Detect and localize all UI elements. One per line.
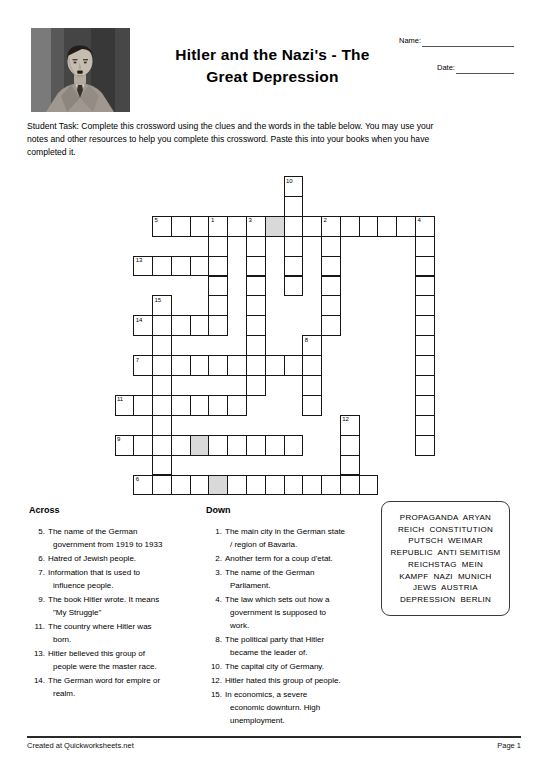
grid-cell[interactable]	[340, 435, 360, 456]
grid-cell[interactable]	[227, 216, 247, 237]
grid-cell[interactable]	[302, 375, 322, 396]
grid-cell[interactable]	[227, 355, 247, 376]
grid-cell[interactable]	[415, 355, 435, 376]
clue-text: The book Hitler wrote. It means "My Stru…	[48, 593, 159, 619]
clue-text: Hitler hated this group of people.	[225, 674, 341, 687]
grid-cell[interactable]	[171, 475, 191, 496]
grid-cell[interactable]	[208, 435, 228, 456]
clue-text: The German word for empire or realm.	[48, 674, 160, 700]
grid-cell[interactable]	[190, 216, 210, 237]
date-label: Date:	[437, 63, 455, 72]
clue-text: The law which sets out how a government …	[225, 593, 330, 632]
grid-cell[interactable]	[152, 375, 172, 396]
grid-cell[interactable]	[190, 315, 210, 336]
grid-separator-cell	[265, 216, 285, 237]
grid-cell[interactable]	[284, 236, 304, 257]
grid-cell[interactable]: 11	[115, 395, 135, 416]
footer-divider	[27, 736, 521, 738]
grid-cell[interactable]	[321, 236, 341, 257]
down-clue: 10.The capital city of Germany.	[206, 660, 378, 673]
word-bank-line: REPUBLIC ANTI SEMITISM	[382, 547, 509, 559]
word-bank: PROPAGANDA ARYANREICH CONSTITUTIONPUTSCH…	[381, 501, 510, 616]
grid-cell[interactable]	[208, 315, 228, 336]
clue-number-label: 4	[417, 217, 420, 224]
clue-number: 4.	[206, 593, 222, 632]
name-input-line[interactable]	[422, 38, 514, 47]
grid-cell[interactable]	[302, 355, 322, 376]
clue-text: The name of the German government from 1…	[48, 525, 162, 551]
grid-cell[interactable]	[415, 315, 435, 336]
down-clue: 3.The name of the German Parliament.	[206, 566, 378, 592]
word-bank-line: REICHSTAG MEIN	[382, 559, 509, 571]
grid-cell[interactable]	[396, 216, 416, 237]
grid-cell[interactable]	[284, 475, 304, 496]
grid-cell[interactable]: 10	[284, 176, 304, 197]
grid-cell[interactable]	[284, 276, 304, 297]
grid-cell[interactable]	[321, 256, 341, 277]
grid-cell[interactable]	[208, 236, 228, 257]
grid-cell[interactable]	[415, 375, 435, 396]
clue-number-label: 13	[136, 257, 142, 264]
clue-number-label: 2	[324, 217, 327, 224]
grid-cell[interactable]	[359, 216, 379, 237]
clue-number-label: 12	[342, 416, 348, 423]
grid-cell[interactable]	[208, 276, 228, 297]
grid-cell[interactable]	[246, 276, 266, 297]
clue-number: 2.	[206, 552, 222, 565]
grid-cell[interactable]	[171, 216, 191, 237]
clue-number: 8.	[206, 633, 222, 659]
grid-cell[interactable]	[302, 216, 322, 237]
grid-cell[interactable]	[415, 435, 435, 456]
grid-cell[interactable]	[208, 256, 228, 277]
grid-cell[interactable]	[190, 355, 210, 376]
down-clue: 2.Another term for a coup d'etat.	[206, 552, 378, 565]
grid-cell[interactable]	[415, 256, 435, 277]
grid-cell[interactable]	[152, 315, 172, 336]
grid-cell[interactable]	[190, 475, 210, 496]
grid-cell[interactable]: 1	[208, 216, 228, 237]
grid-cell[interactable]	[227, 475, 247, 496]
grid-cell[interactable]	[321, 276, 341, 297]
grid-cell[interactable]	[171, 435, 191, 456]
clue-number-label: 5	[155, 217, 158, 224]
down-clue: 4.The law which sets out how a governmen…	[206, 593, 378, 632]
grid-cell[interactable]	[190, 395, 210, 416]
down-heading: Down	[206, 504, 378, 517]
grid-cell[interactable]	[340, 475, 360, 496]
grid-cell[interactable]	[246, 355, 266, 376]
grid-cell[interactable]	[152, 415, 172, 436]
grid-cell[interactable]	[415, 276, 435, 297]
grid-cell[interactable]	[284, 256, 304, 277]
grid-cell[interactable]	[284, 216, 304, 237]
across-clue: 6.Hatred of Jewish people.	[29, 552, 201, 565]
grid-cell[interactable]	[246, 236, 266, 257]
grid-cell[interactable]	[152, 475, 172, 496]
down-clue: 1.The main city in the German state / re…	[206, 525, 378, 551]
across-clues-section: Across 5.The name of the German governme…	[29, 504, 201, 701]
grid-cell[interactable]	[227, 435, 247, 456]
grid-cell[interactable]	[265, 355, 285, 376]
word-bank-line: KAMPF NAZI MUNICH	[382, 571, 509, 583]
across-heading: Across	[29, 504, 201, 517]
clue-number-label: 9	[117, 436, 120, 443]
down-clue: 12.Hitler hated this group of people.	[206, 674, 378, 687]
down-clue-list: 1.The main city in the German state / re…	[206, 525, 378, 727]
across-clue: 7.Information that is used to influence …	[29, 566, 201, 592]
grid-cell[interactable]	[302, 475, 322, 496]
name-label: Name:	[399, 36, 421, 45]
grid-cell[interactable]	[171, 256, 191, 277]
clue-number-label: 1	[211, 217, 214, 224]
grid-cell[interactable]: 2	[321, 216, 341, 237]
footer-page-number: Page 1	[497, 741, 521, 750]
grid-cell[interactable]	[359, 475, 379, 496]
grid-cell[interactable]	[415, 236, 435, 257]
clue-number-label: 15	[155, 297, 161, 304]
clue-text: In economics, a severe economic downturn…	[225, 688, 320, 727]
clue-number: 13.	[29, 647, 45, 673]
grid-cell[interactable]: 4	[415, 216, 435, 237]
grid-cell[interactable]	[246, 335, 266, 356]
grid-separator-cell	[208, 475, 228, 496]
grid-cell[interactable]	[246, 435, 266, 456]
clue-text: Information that is used to influence pe…	[48, 566, 140, 592]
grid-cell[interactable]	[152, 335, 172, 356]
down-clue: 15.In economics, a severe economic downt…	[206, 688, 378, 727]
across-clue: 14.The German word for empire or realm.	[29, 674, 201, 700]
across-clue: 5.The name of the German government from…	[29, 525, 201, 551]
grid-cell[interactable]	[246, 375, 266, 396]
grid-cell[interactable]	[246, 295, 266, 316]
grid-cell[interactable]	[415, 415, 435, 436]
grid-cell[interactable]	[265, 435, 285, 456]
page-title: Hitler and the Nazi's - The Great Depres…	[140, 44, 405, 88]
page-title-line2: Great Depression	[140, 66, 405, 88]
grid-cell[interactable]	[208, 355, 228, 376]
page-title-line1: Hitler and the Nazi's - The	[140, 44, 405, 66]
clue-text: The country where Hitler was born.	[48, 620, 152, 646]
clue-number: 5.	[29, 525, 45, 551]
date-input-line[interactable]	[456, 65, 514, 74]
clue-number-label: 14	[136, 317, 142, 324]
clue-number: 9.	[29, 593, 45, 619]
clue-number: 14.	[29, 674, 45, 700]
mustache	[77, 71, 82, 74]
grid-cell[interactable]	[415, 395, 435, 416]
clue-number: 7.	[29, 566, 45, 592]
word-bank-line: REICH CONSTITUTION	[382, 524, 509, 536]
clue-text: The main city in the German state / regi…	[225, 525, 345, 551]
grid-cell[interactable]: 12	[340, 415, 360, 436]
grid-cell[interactable]: 13	[133, 256, 153, 277]
grid-cell[interactable]	[171, 315, 191, 336]
grid-cell[interactable]: 5	[152, 216, 172, 237]
clue-number-label: 8	[305, 337, 308, 344]
grid-cell[interactable]: 6	[133, 475, 153, 496]
grid-cell[interactable]	[246, 256, 266, 277]
grid-cell[interactable]	[321, 295, 341, 316]
across-clue: 9.The book Hitler wrote. It means "My St…	[29, 593, 201, 619]
word-bank-lines: PROPAGANDA ARYANREICH CONSTITUTIONPUTSCH…	[382, 512, 509, 606]
grid-cell[interactable]	[190, 256, 210, 277]
clue-text: The capital city of Germany.	[225, 660, 324, 673]
clue-number: 1.	[206, 525, 222, 551]
across-clue: 11.The country where Hitler was born.	[29, 620, 201, 646]
clue-number-label: 10	[286, 178, 292, 185]
grid-cell[interactable]: 7	[133, 355, 153, 376]
word-bank-line: PROPAGANDA ARYAN	[382, 512, 509, 524]
grid-cell[interactable]	[340, 455, 360, 476]
grid-cell[interactable]	[171, 355, 191, 376]
clue-number-label: 7	[136, 357, 139, 364]
word-bank-line: PUTSCH WEIMAR	[382, 535, 509, 547]
grid-cell[interactable]	[152, 435, 172, 456]
grid-cell[interactable]	[321, 315, 341, 336]
clue-number: 12.	[206, 674, 222, 687]
clue-number: 15.	[206, 688, 222, 727]
clue-text: The name of the German Parliament.	[225, 566, 314, 592]
grid-cell[interactable]	[377, 216, 397, 237]
grid-cell[interactable]	[340, 216, 360, 237]
clue-text: Hatred of Jewish people.	[48, 552, 136, 565]
grid-cell[interactable]: 15	[152, 295, 172, 316]
grid-cell[interactable]: 9	[115, 435, 135, 456]
grid-cell[interactable]	[152, 395, 172, 416]
grid-cell[interactable]	[415, 295, 435, 316]
down-clues-section: Down 1.The main city in the German state…	[206, 504, 378, 728]
clue-text: Another term for a coup d'etat.	[225, 552, 333, 565]
student-task-text: Student Task: Complete this crossword us…	[27, 120, 532, 160]
grid-cell[interactable]: 3	[246, 216, 266, 237]
grid-cell[interactable]	[208, 395, 228, 416]
clue-number: 3.	[206, 566, 222, 592]
clue-text: Hitler believed this group of people wer…	[48, 647, 157, 673]
grid-separator-cell	[190, 435, 210, 456]
clue-number: 10.	[206, 660, 222, 673]
grid-cell[interactable]	[284, 435, 304, 456]
across-clue-list: 5.The name of the German government from…	[29, 525, 201, 700]
grid-cell[interactable]	[152, 256, 172, 277]
grid-cell[interactable]	[133, 395, 153, 416]
grid-cell[interactable]	[152, 355, 172, 376]
grid-cell[interactable]: 8	[302, 335, 322, 356]
clue-number-label: 6	[136, 476, 139, 483]
grid-cell[interactable]	[133, 435, 153, 456]
grid-cell[interactable]	[171, 395, 191, 416]
grid-cell[interactable]	[246, 315, 266, 336]
grid-cell[interactable]	[265, 475, 285, 496]
word-bank-line: DEPRESSION BERLIN	[382, 594, 509, 606]
down-clue: 8.The political party that Hitler became…	[206, 633, 378, 659]
across-clue: 13.Hitler believed this group of people …	[29, 647, 201, 673]
grid-cell[interactable]	[284, 355, 304, 376]
grid-cell[interactable]	[302, 395, 322, 416]
grid-cell[interactable]: 14	[133, 315, 153, 336]
clue-text: The political party that Hitler became t…	[225, 633, 324, 659]
footer-credit: Created at Quickworksheets.net	[27, 741, 134, 750]
crossword-grid: 105132413151487111296	[115, 176, 436, 496]
grid-cell[interactable]	[415, 335, 435, 356]
grid-cell[interactable]	[246, 475, 266, 496]
clue-number: 6.	[29, 552, 45, 565]
grid-cell[interactable]	[227, 395, 247, 416]
clue-number-label: 11	[117, 396, 123, 403]
word-bank-line: JEWS AUSTRIA	[382, 582, 509, 594]
grid-cell[interactable]	[208, 295, 228, 316]
grid-cell[interactable]	[321, 475, 341, 496]
clue-number: 11.	[29, 620, 45, 646]
grid-cell[interactable]	[284, 196, 304, 217]
hitler-photo	[31, 28, 130, 112]
grid-cell[interactable]	[152, 455, 172, 476]
clue-number-label: 3	[248, 217, 251, 224]
